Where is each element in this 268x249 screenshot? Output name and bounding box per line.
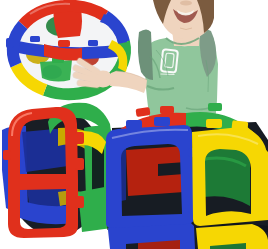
nose-shadow <box>180 1 192 6</box>
dome-tab-red <box>75 196 84 208</box>
dome-build <box>2 103 112 238</box>
cylinder-build <box>106 103 268 249</box>
ball-tab-red <box>58 40 70 47</box>
cylinder-blue-tab <box>126 120 142 129</box>
ball-tab-blue <box>6 38 14 48</box>
cylinder-yellow-tab <box>196 186 205 196</box>
dome-tab-red <box>75 158 84 170</box>
cylinder-rim-green-tab <box>208 103 222 111</box>
cylinder-yellow-tab <box>232 120 249 131</box>
ball-tab-yellow <box>20 74 30 81</box>
photo-canvas <box>0 0 268 249</box>
cylinder-blue-tab <box>154 117 170 126</box>
cylinder-yellow-tab <box>206 119 222 128</box>
ball-inner-green-panel <box>40 60 72 82</box>
ball-tab-blue <box>88 40 98 46</box>
dome-tab-red <box>75 132 84 144</box>
cylinder-yellow-tab <box>196 158 205 168</box>
finger <box>80 83 97 85</box>
cylinder-rim-red-tab <box>160 106 174 114</box>
ball-tab-blue <box>30 36 40 42</box>
dome-tab-red <box>3 150 11 160</box>
